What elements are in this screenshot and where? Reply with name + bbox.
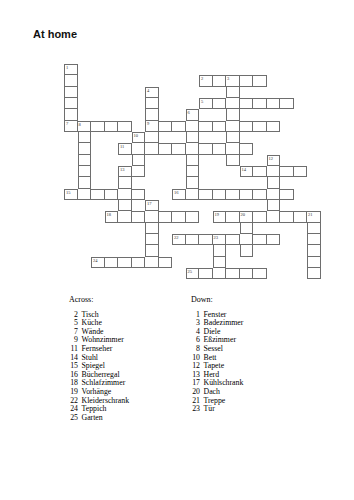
grid-cell-r11c0[interactable]: 15 [64, 189, 78, 200]
grid-cell-r6c9[interactable] [186, 132, 200, 143]
across-clue-list: 2Tisch5Küche7Wände9Wohnzimmer11Fernseher… [65, 311, 183, 423]
grid-cell-r5c10[interactable] [199, 121, 213, 132]
grid-cell-r13c13[interactable]: 20 [240, 211, 254, 222]
grid-cell-r11c3[interactable] [105, 189, 119, 200]
cell-number: 15 [66, 190, 71, 195]
crossword-worksheet-page: At home 12345678910111213141516171819202… [0, 0, 354, 500]
grid-cell-r18c18[interactable] [307, 268, 321, 279]
grid-cell-r3c14[interactable] [253, 98, 267, 109]
grid-cell-r17c5[interactable] [132, 257, 146, 268]
cell-number: 24 [93, 258, 98, 263]
grid-cell-r9c15[interactable] [267, 166, 281, 177]
grid-cell-r11c5[interactable] [132, 189, 146, 200]
grid-cell-r15c10[interactable] [199, 234, 213, 245]
grid-cell-r10c1[interactable] [78, 177, 92, 188]
grid-cell-r3c0[interactable] [64, 98, 78, 109]
grid-cell-r11c8[interactable]: 16 [172, 189, 186, 200]
grid-cell-r15c8[interactable]: 22 [172, 234, 186, 245]
grid-cell-r15c13[interactable] [240, 234, 254, 245]
cell-number: 14 [242, 167, 247, 172]
grid-cell-r7c10[interactable] [199, 143, 213, 154]
grid-cell-r18c12[interactable] [226, 268, 240, 279]
grid-cell-r16c13[interactable] [240, 245, 254, 256]
grid-cell-r18c13[interactable] [240, 268, 254, 279]
grid-cell-r6c5[interactable]: 10 [132, 132, 146, 143]
grid-cell-r13c3[interactable]: 18 [105, 211, 119, 222]
grid-cell-r11c11[interactable] [213, 189, 227, 200]
grid-cell-r11c10[interactable] [199, 189, 213, 200]
grid-cell-r1c13[interactable] [240, 75, 254, 86]
grid-cell-r5c6[interactable]: 9 [145, 121, 159, 132]
cell-number: 25 [188, 269, 193, 274]
grid-cell-r4c0[interactable] [64, 109, 78, 120]
clue-text: Garten [82, 414, 103, 423]
grid-cell-r12c6[interactable]: 17 [145, 200, 159, 211]
grid-cell-r5c13[interactable] [240, 121, 254, 132]
grid-cell-r13c9[interactable] [186, 211, 200, 222]
grid-cell-r5c0[interactable]: 7 [64, 121, 78, 132]
grid-cell-r15c12[interactable] [226, 234, 240, 245]
grid-cell-r17c3[interactable] [105, 257, 119, 268]
grid-cell-r6c12[interactable] [226, 132, 240, 143]
down-clues-section: Down: 1Fenster3Badezimmer4Diele6Eßzimmer… [187, 296, 317, 414]
grid-cell-r10c4[interactable] [118, 177, 132, 188]
grid-cell-r5c8[interactable] [172, 121, 186, 132]
grid-cell-r14c13[interactable] [240, 223, 254, 234]
grid-cell-r9c16[interactable] [280, 166, 294, 177]
grid-cell-r8c5[interactable] [132, 155, 146, 166]
cell-number: 10 [134, 133, 139, 138]
grid-cell-r18c9[interactable]: 25 [186, 268, 200, 279]
down-header: Down: [191, 296, 317, 305]
grid-cell-r7c9[interactable] [186, 143, 200, 154]
grid-cell-r13c5[interactable] [132, 211, 146, 222]
grid-cell-r1c14[interactable] [253, 75, 267, 86]
grid-cell-r13c11[interactable]: 19 [213, 211, 227, 222]
grid-cell-r13c14[interactable] [253, 211, 267, 222]
grid-cell-r8c15[interactable]: 12 [267, 155, 281, 166]
grid-cell-r5c7[interactable] [159, 121, 173, 132]
grid-cell-r3c13[interactable] [240, 98, 254, 109]
grid-cell-r11c14[interactable] [253, 189, 267, 200]
grid-cell-r5c12[interactable] [226, 121, 240, 132]
cell-number: 1 [66, 65, 68, 70]
down-clue-list: 1Fenster3Badezimmer4Diele6Eßzimmer8Sesse… [187, 311, 317, 414]
grid-cell-r18c14[interactable] [253, 268, 267, 279]
grid-cell-r12c4[interactable] [118, 200, 132, 211]
grid-cell-r13c15[interactable] [267, 211, 281, 222]
down-clue-23: 23Tür [187, 405, 317, 414]
cell-number: 19 [215, 212, 220, 217]
cell-number: 6 [188, 110, 190, 115]
grid-cell-r17c11[interactable] [213, 257, 227, 268]
across-clues-section: Across: 2Tisch5Küche7Wände9Wohnzimmer11F… [65, 296, 183, 422]
cell-number: 16 [174, 190, 179, 195]
cell-number: 8 [79, 122, 81, 127]
grid-cell-r13c16[interactable] [280, 211, 294, 222]
crossword-grid: 1234567891011121314151617181920212223242… [64, 64, 321, 279]
cell-number: 4 [147, 88, 149, 93]
grid-cell-r3c16[interactable] [280, 98, 294, 109]
grid-cell-r7c12[interactable] [226, 143, 240, 154]
cell-number: 20 [241, 212, 246, 217]
cell-number: 2 [201, 76, 203, 81]
grid-cell-r15c6[interactable] [145, 234, 159, 245]
grid-cell-r7c11[interactable] [213, 143, 227, 154]
across-header: Across: [69, 296, 183, 305]
grid-cell-r16c11[interactable] [213, 245, 227, 256]
across-clue-25: 25Garten [65, 414, 183, 423]
grid-cell-r7c7[interactable] [159, 143, 173, 154]
grid-cell-r5c11[interactable] [213, 121, 227, 132]
grid-cell-r8c9[interactable] [186, 155, 200, 166]
grid-cell-r15c18[interactable] [307, 234, 321, 245]
grid-cell-r8c12[interactable] [226, 155, 240, 166]
grid-cell-r9c17[interactable] [294, 166, 308, 177]
grid-cell-r2c12[interactable] [226, 87, 240, 98]
cell-number: 21 [308, 212, 313, 217]
grid-cell-r17c2[interactable]: 24 [91, 257, 105, 268]
grid-cell-r11c15[interactable] [267, 189, 281, 200]
grid-cell-r4c6[interactable] [145, 109, 159, 120]
grid-cell-r15c15[interactable] [267, 234, 281, 245]
grid-cell-r7c1[interactable] [78, 143, 92, 154]
grid-cell-r11c4[interactable] [118, 189, 132, 200]
cell-number: 7 [66, 121, 68, 126]
grid-cell-r9c9[interactable] [186, 166, 200, 177]
grid-cell-r10c15[interactable] [267, 177, 281, 188]
grid-cell-r0c0[interactable]: 1 [64, 64, 78, 75]
clue-number: 25 [65, 414, 78, 423]
grid-cell-r5c3[interactable] [105, 121, 119, 132]
grid-cell-r15c9[interactable] [186, 234, 200, 245]
grid-cell-r9c5[interactable] [132, 166, 146, 177]
grid-cell-r18c11[interactable] [213, 268, 227, 279]
grid-cell-r5c1[interactable]: 8 [78, 121, 92, 132]
grid-cell-r7c13[interactable] [240, 143, 254, 154]
grid-cell-r5c9[interactable] [186, 121, 200, 132]
cell-number: 9 [147, 121, 149, 126]
grid-cell-r11c16[interactable] [280, 189, 294, 200]
grid-cell-r14c6[interactable] [145, 223, 159, 234]
grid-cell-r13c4[interactable] [118, 211, 132, 222]
grid-cell-r13c17[interactable] [294, 211, 308, 222]
grid-cell-r13c18[interactable]: 21 [307, 211, 321, 222]
grid-cell-r3c12[interactable] [226, 98, 240, 109]
cell-number: 23 [214, 235, 219, 240]
grid-cell-r17c4[interactable] [118, 257, 132, 268]
grid-cell-r18c10[interactable] [199, 268, 213, 279]
grid-cell-r12c15[interactable] [267, 200, 281, 211]
grid-cell-r3c15[interactable] [267, 98, 281, 109]
grid-cell-r16c18[interactable] [307, 245, 321, 256]
grid-cell-r11c2[interactable] [91, 189, 105, 200]
grid-cell-r9c1[interactable] [78, 166, 92, 177]
grid-cell-r17c18[interactable] [307, 257, 321, 268]
grid-cell-r5c14[interactable] [253, 121, 267, 132]
clue-text: Tür [204, 405, 215, 414]
cell-number: 12 [269, 156, 274, 161]
grid-cell-r2c0[interactable] [64, 87, 78, 98]
grid-cell-r11c12[interactable] [226, 189, 240, 200]
grid-cell-r16c6[interactable] [145, 245, 159, 256]
grid-cell-r6c1[interactable] [78, 132, 92, 143]
grid-cell-r6c6[interactable] [145, 132, 159, 143]
clue-number: 23 [187, 405, 200, 414]
grid-cell-r7c4[interactable]: 11 [118, 143, 132, 154]
grid-cell-r13c12[interactable] [226, 211, 240, 222]
cell-number: 17 [147, 201, 152, 206]
grid-cell-r7c8[interactable] [172, 143, 186, 154]
grid-cell-r15c14[interactable] [253, 234, 267, 245]
cell-number: 3 [227, 76, 229, 81]
cell-number: 13 [120, 167, 125, 172]
grid-cell-r5c2[interactable] [91, 121, 105, 132]
grid-cell-r8c1[interactable] [78, 155, 92, 166]
grid-cell-r9c4[interactable]: 13 [118, 166, 132, 177]
grid-cell-r3c11[interactable] [213, 98, 227, 109]
cell-number: 18 [107, 212, 112, 217]
cell-number: 11 [120, 144, 124, 149]
grid-cell-r4c12[interactable] [226, 109, 240, 120]
grid-cell-r7c6[interactable] [145, 143, 159, 154]
grid-cell-r11c9[interactable] [186, 189, 200, 200]
grid-cell-r4c9[interactable]: 6 [186, 109, 200, 120]
grid-cell-r1c10[interactable]: 2 [199, 75, 213, 86]
grid-cell-r9c14[interactable] [253, 166, 267, 177]
grid-cell-r7c5[interactable] [132, 143, 146, 154]
grid-cell-r2c6[interactable]: 4 [145, 87, 159, 98]
grid-cell-r3c6[interactable] [145, 98, 159, 109]
grid-cell-r11c13[interactable] [240, 189, 254, 200]
grid-cell-r1c0[interactable] [64, 75, 78, 86]
grid-cell-r11c1[interactable] [78, 189, 92, 200]
grid-cell-r17c6[interactable] [145, 257, 159, 268]
grid-cell-r17c7[interactable] [159, 257, 173, 268]
grid-cell-r1c11[interactable] [213, 75, 227, 86]
grid-cell-r13c6[interactable] [145, 211, 159, 222]
grid-cell-r1c12[interactable]: 3 [226, 75, 240, 86]
cell-number: 5 [201, 99, 203, 104]
cell-number: 22 [174, 235, 179, 240]
grid-cell-r5c4[interactable] [118, 121, 132, 132]
grid-cell-r5c15[interactable] [267, 121, 281, 132]
grid-cell-r15c11[interactable]: 23 [213, 234, 227, 245]
grid-cell-r13c8[interactable] [172, 211, 186, 222]
grid-cell-r13c7[interactable] [159, 211, 173, 222]
grid-cell-r10c9[interactable] [186, 177, 200, 188]
grid-cell-r14c18[interactable] [307, 223, 321, 234]
page-title: At home [33, 28, 77, 41]
grid-cell-r3c10[interactable]: 5 [199, 98, 213, 109]
grid-cell-r9c13[interactable]: 14 [240, 166, 254, 177]
